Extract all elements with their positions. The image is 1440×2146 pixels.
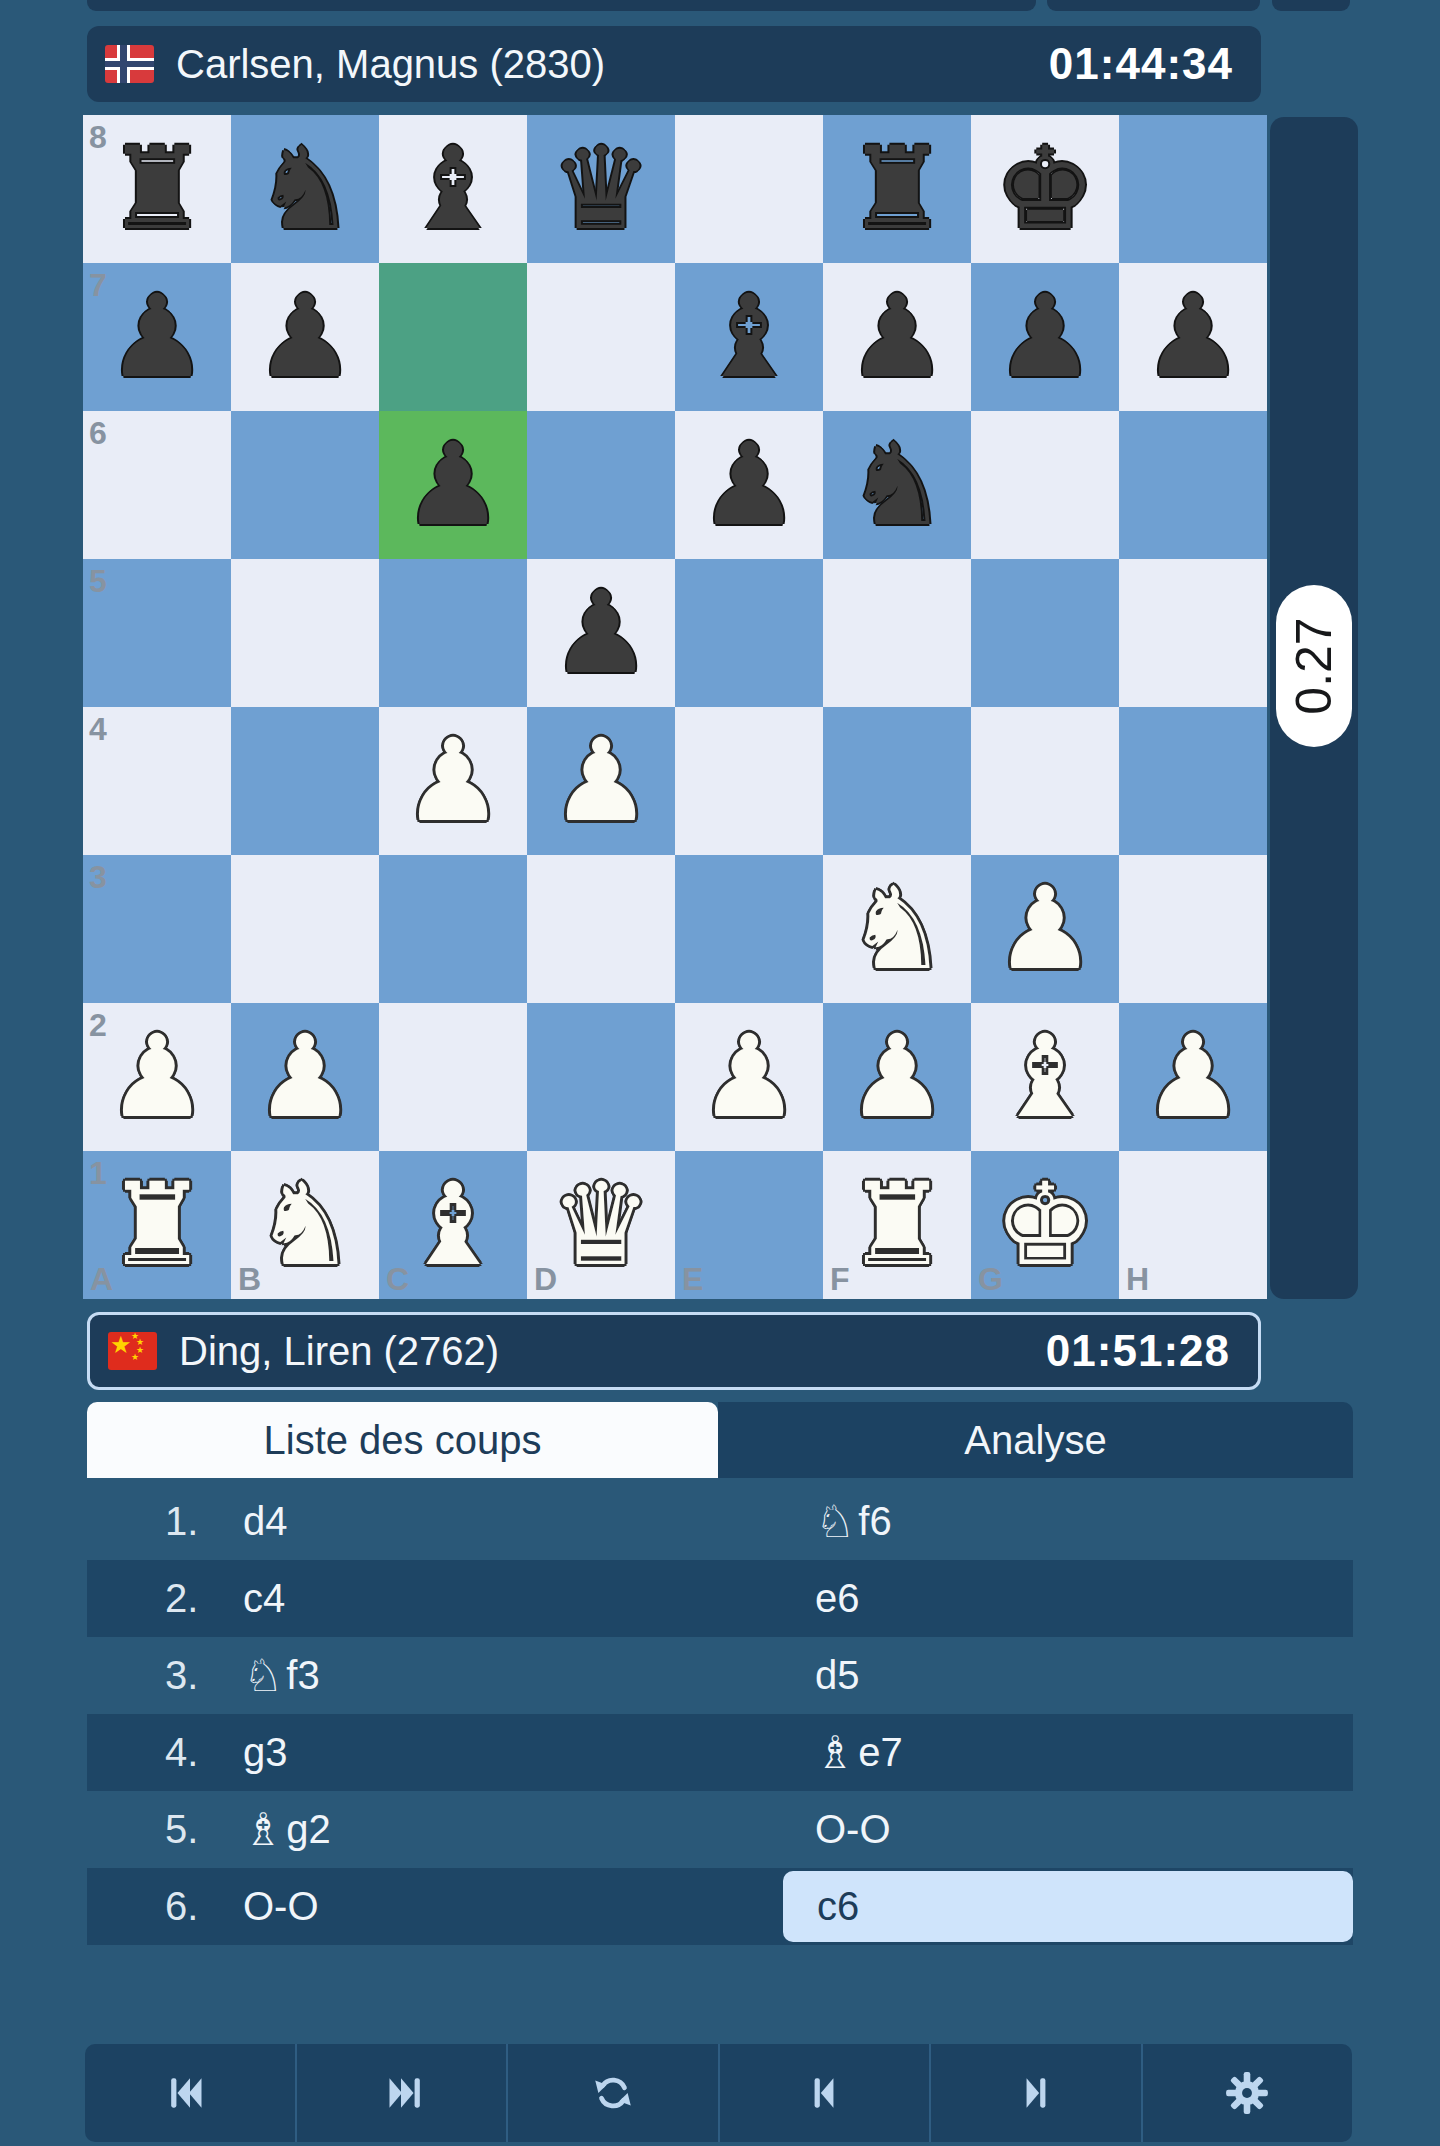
square-c4[interactable]: ♟ [379, 707, 527, 855]
black-pawn-d5: ♟ [550, 576, 652, 690]
black-rook-f8: ♜ [846, 132, 948, 246]
white-move-text: g2 [286, 1807, 331, 1852]
white-move-5[interactable]: ♗g2 [243, 1791, 331, 1868]
black-rook-a8: ♜ [106, 132, 208, 246]
file-label-a: A [90, 1261, 113, 1298]
white-pawn-e2: ♟ [698, 1020, 800, 1134]
black-piece-glyph: ♗ [815, 1726, 855, 1779]
square-h5[interactable] [1119, 559, 1267, 707]
white-pawn-a2: ♟ [106, 1020, 208, 1134]
square-f4[interactable] [823, 707, 971, 855]
file-label-f: F [830, 1261, 850, 1298]
black-move-3[interactable]: d5 [815, 1637, 860, 1714]
move-row-6: 6.O-Oc6 [87, 1868, 1353, 1945]
move-panel-tabs: Liste des coups Analyse [87, 1402, 1353, 1478]
square-d2[interactable] [527, 1003, 675, 1151]
white-pawn-h2: ♟ [1142, 1020, 1244, 1134]
black-pawn-c6: ♟ [402, 428, 504, 542]
tab-analysis[interactable]: Analyse [718, 1402, 1353, 1478]
square-d8[interactable]: ♛ [527, 115, 675, 263]
black-move-text: d5 [815, 1653, 860, 1698]
black-move-text: O-O [815, 1807, 891, 1852]
square-d6[interactable] [527, 411, 675, 559]
skip-to-end-icon [378, 2074, 424, 2112]
square-g7[interactable]: ♟ [971, 263, 1119, 411]
evaluation-badge: 0.27 [1276, 585, 1352, 747]
white-move-4[interactable]: g3 [243, 1714, 288, 1791]
previous-move-icon [801, 2074, 847, 2112]
white-pawn-b2: ♟ [254, 1020, 356, 1134]
white-pawn-g3: ♟ [994, 872, 1096, 986]
black-pawn-b7: ♟ [254, 280, 356, 394]
gear-icon [1225, 2071, 1269, 2115]
rank-label-7: 7 [89, 267, 107, 304]
square-c5[interactable] [379, 559, 527, 707]
move-number: 6. [165, 1868, 198, 1945]
square-e7[interactable]: ♝ [675, 263, 823, 411]
square-d4[interactable]: ♟ [527, 707, 675, 855]
top-player-name: Carlsen, Magnus (2830) [176, 42, 605, 87]
skip-to-start-icon [167, 2074, 213, 2112]
square-c8[interactable]: ♝ [379, 115, 527, 263]
file-label-b: B [238, 1261, 261, 1298]
next-move-button[interactable] [929, 2044, 1141, 2142]
bottom-player-name: Ding, Liren (2762) [179, 1329, 499, 1374]
square-d5[interactable]: ♟ [527, 559, 675, 707]
white-move-text: f3 [286, 1653, 319, 1698]
move-row-1: 1.d4♘f6 [87, 1483, 1353, 1560]
tab-move-list[interactable]: Liste des coups [87, 1402, 718, 1478]
black-bishop-c8: ♝ [402, 132, 504, 246]
square-c6[interactable]: ♟ [379, 411, 527, 559]
square-g5[interactable] [971, 559, 1119, 707]
square-e4[interactable] [675, 707, 823, 855]
rank-label-6: 6 [89, 415, 107, 452]
black-move-5[interactable]: O-O [815, 1791, 891, 1868]
black-pawn-h7: ♟ [1142, 280, 1244, 394]
move-number: 3. [165, 1637, 198, 1714]
square-g3[interactable]: ♟ [971, 855, 1119, 1003]
white-piece-glyph: ♘ [243, 1649, 283, 1702]
move-number: 5. [165, 1791, 198, 1868]
square-h8[interactable] [1119, 115, 1267, 263]
file-label-h: H [1126, 1261, 1149, 1298]
white-move-6[interactable]: O-O [243, 1868, 319, 1945]
flip-refresh-button[interactable] [506, 2044, 718, 2142]
black-knight-f6: ♞ [846, 428, 948, 542]
navigation-toolbar [85, 2044, 1352, 2142]
white-king-g1: ♚ [994, 1168, 1096, 1282]
move-row-3: 3.♘f3d5 [87, 1637, 1353, 1714]
black-knight-b8: ♞ [254, 132, 356, 246]
black-king-g8: ♚ [994, 132, 1096, 246]
black-pawn-f7: ♟ [846, 280, 948, 394]
white-knight-b1: ♞ [254, 1168, 356, 1282]
bottom-player-bar: ★ ★ ★ ★ ★ Ding, Liren (2762) 01:51:28 [87, 1312, 1261, 1390]
bottom-player-clock: 01:51:28 [1046, 1326, 1230, 1376]
black-move-text: c6 [817, 1884, 859, 1929]
top-cropped-bar-mid [1047, 0, 1260, 11]
white-move-text: g3 [243, 1730, 288, 1775]
square-f8[interactable]: ♜ [823, 115, 971, 263]
move-list: 1.d4♘f62.c4e63.♘f3d54.g3♗e75.♗g2O-O6.O-O… [87, 1483, 1353, 1945]
white-rook-f1: ♜ [846, 1168, 948, 1282]
previous-move-button[interactable] [718, 2044, 930, 2142]
china-flag-icon: ★ ★ ★ ★ ★ [108, 1332, 157, 1370]
square-d7[interactable] [527, 263, 675, 411]
white-pawn-f2: ♟ [846, 1020, 948, 1134]
black-piece-glyph: ♘ [815, 1495, 855, 1548]
rank-label-1: 1 [89, 1155, 107, 1192]
square-g6[interactable] [971, 411, 1119, 559]
square-b3[interactable] [231, 855, 379, 1003]
square-h7[interactable]: ♟ [1119, 263, 1267, 411]
white-move-2[interactable]: c4 [243, 1560, 285, 1637]
evaluation-score: 0.27 [1285, 617, 1343, 714]
square-b2[interactable]: ♟ [231, 1003, 379, 1151]
square-f2[interactable]: ♟ [823, 1003, 971, 1151]
next-move-icon [1013, 2074, 1059, 2112]
square-b7[interactable]: ♟ [231, 263, 379, 411]
square-h6[interactable] [1119, 411, 1267, 559]
square-b4[interactable] [231, 707, 379, 855]
move-number: 4. [165, 1714, 198, 1791]
white-bishop-g2: ♝ [994, 1020, 1096, 1134]
square-b5[interactable] [231, 559, 379, 707]
black-move-text: f6 [858, 1499, 891, 1544]
move-row-4: 4.g3♗e7 [87, 1714, 1353, 1791]
white-knight-f3: ♞ [846, 872, 948, 986]
black-move-2[interactable]: e6 [815, 1560, 860, 1637]
white-bishop-c1: ♝ [402, 1168, 504, 1282]
square-b8[interactable]: ♞ [231, 115, 379, 263]
square-e6[interactable]: ♟ [675, 411, 823, 559]
rank-label-4: 4 [89, 711, 107, 748]
top-player-bar: Carlsen, Magnus (2830) 01:44:34 [87, 26, 1261, 102]
square-f5[interactable] [823, 559, 971, 707]
black-queen-d8: ♛ [550, 132, 652, 246]
rank-label-8: 8 [89, 119, 107, 156]
rank-label-3: 3 [89, 859, 107, 896]
black-bishop-e7: ♝ [698, 280, 800, 394]
square-c2[interactable] [379, 1003, 527, 1151]
skip-to-end-button[interactable] [295, 2044, 507, 2142]
skip-to-start-button[interactable] [85, 2044, 295, 2142]
move-number: 1. [165, 1483, 198, 1560]
square-b6[interactable] [231, 411, 379, 559]
file-label-e: E [682, 1261, 703, 1298]
square-c7[interactable] [379, 263, 527, 411]
refresh-icon [590, 2073, 636, 2113]
white-move-3[interactable]: ♘f3 [243, 1637, 320, 1714]
square-e5[interactable] [675, 559, 823, 707]
black-move-text: e7 [858, 1730, 903, 1775]
square-g8[interactable]: ♚ [971, 115, 1119, 263]
white-queen-d1: ♛ [550, 1168, 652, 1282]
square-e8[interactable] [675, 115, 823, 263]
square-e3[interactable] [675, 855, 823, 1003]
white-rook-a1: ♜ [106, 1168, 208, 1282]
move-row-5: 5.♗g2O-O [87, 1791, 1353, 1868]
square-f6[interactable]: ♞ [823, 411, 971, 559]
square-g2[interactable]: ♝ [971, 1003, 1119, 1151]
square-c3[interactable] [379, 855, 527, 1003]
white-piece-glyph: ♗ [243, 1803, 283, 1856]
square-h3[interactable] [1119, 855, 1267, 1003]
square-f3[interactable]: ♞ [823, 855, 971, 1003]
chess-board[interactable]: ♜♞♝♛♜♚♟♟♝♟♟♟♟♟♞♟♟♟♞♟♟♟♟♟♝♟♜♞♝♛♜♚87654321… [83, 115, 1267, 1299]
black-pawn-a7: ♟ [106, 280, 208, 394]
square-f7[interactable]: ♟ [823, 263, 971, 411]
black-move-1[interactable]: ♘f6 [815, 1483, 892, 1560]
square-g4[interactable] [971, 707, 1119, 855]
black-pawn-e6: ♟ [698, 428, 800, 542]
white-move-text: c4 [243, 1576, 285, 1621]
square-d3[interactable] [527, 855, 675, 1003]
black-pawn-g7: ♟ [994, 280, 1096, 394]
square-e2[interactable]: ♟ [675, 1003, 823, 1151]
white-pawn-c4: ♟ [402, 724, 504, 838]
top-cropped-bar-right [1272, 0, 1350, 11]
square-h2[interactable]: ♟ [1119, 1003, 1267, 1151]
settings-button[interactable] [1141, 2044, 1353, 2142]
rank-label-2: 2 [89, 1007, 107, 1044]
rank-label-5: 5 [89, 563, 107, 600]
white-move-text: d4 [243, 1499, 288, 1544]
top-player-clock: 01:44:34 [1049, 39, 1233, 89]
black-move-4[interactable]: ♗e7 [815, 1714, 903, 1791]
file-label-c: C [386, 1261, 409, 1298]
move-row-2: 2.c4e6 [87, 1560, 1353, 1637]
white-move-text: O-O [243, 1884, 319, 1929]
white-move-1[interactable]: d4 [243, 1483, 288, 1560]
file-label-d: D [534, 1261, 557, 1298]
top-cropped-bar-left [87, 0, 1036, 11]
selected-move-chip[interactable]: c6 [783, 1871, 1353, 1942]
square-h4[interactable] [1119, 707, 1267, 855]
norway-flag-icon [105, 45, 154, 83]
black-move-text: e6 [815, 1576, 860, 1621]
file-label-g: G [978, 1261, 1003, 1298]
move-number: 2. [165, 1560, 198, 1637]
white-pawn-d4: ♟ [550, 724, 652, 838]
